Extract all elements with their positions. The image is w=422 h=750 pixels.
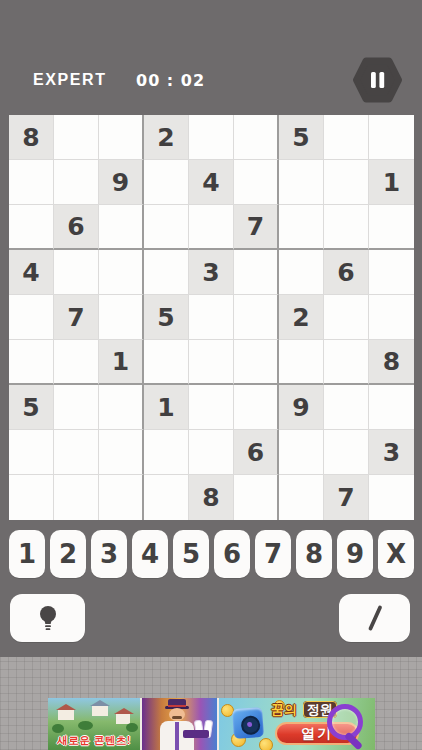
cell-r2c6[interactable] xyxy=(234,160,279,205)
cell-r4c2[interactable] xyxy=(54,250,99,295)
numpad-key-8[interactable]: 8 xyxy=(296,530,332,578)
pencil-icon xyxy=(363,603,387,633)
ad-banner[interactable]: 새로운 콘텐츠! 꿈의 정원 xyxy=(48,698,375,750)
numpad-key-X[interactable]: X xyxy=(378,530,414,578)
cell-r3c3[interactable] xyxy=(99,205,144,250)
cell-r1c4[interactable]: 2 xyxy=(144,115,189,160)
cell-r4c9[interactable] xyxy=(369,250,414,295)
cell-r3c2[interactable]: 6 xyxy=(54,205,99,250)
cell-r2c3[interactable]: 9 xyxy=(99,160,144,205)
cell-r1c1[interactable]: 8 xyxy=(9,115,54,160)
cell-r8c7[interactable] xyxy=(279,430,324,475)
cell-r5c6[interactable] xyxy=(234,295,279,340)
magician-mustache xyxy=(172,716,182,719)
house-illustration xyxy=(116,714,130,724)
house-illustration xyxy=(58,710,74,720)
cell-r7c4[interactable]: 1 xyxy=(144,385,189,430)
ad-title-part1: 꿈의 xyxy=(271,702,297,717)
cell-r8c3[interactable] xyxy=(99,430,144,475)
cell-r7c8[interactable] xyxy=(324,385,369,430)
cell-r1c5[interactable] xyxy=(189,115,234,160)
bush-illustration xyxy=(78,721,93,730)
cell-r5c7[interactable]: 2 xyxy=(279,295,324,340)
magician-face xyxy=(169,708,185,721)
numpad-key-5[interactable]: 5 xyxy=(173,530,209,578)
ad-panel-garden: 새로운 콘텐츠! xyxy=(48,698,142,750)
numpad-key-4[interactable]: 4 xyxy=(132,530,168,578)
sudoku-board: 82594167436752185196387 xyxy=(9,115,414,520)
cell-r7c7[interactable]: 9 xyxy=(279,385,324,430)
ad-panel-magician xyxy=(142,698,219,750)
cell-r9c7[interactable] xyxy=(279,475,324,520)
cell-r1c9[interactable] xyxy=(369,115,414,160)
cell-r5c3[interactable] xyxy=(99,295,144,340)
rabbit-hat xyxy=(183,730,209,738)
cell-r2c2[interactable] xyxy=(54,160,99,205)
cell-r7c5[interactable] xyxy=(189,385,234,430)
cell-r6c3[interactable]: 1 xyxy=(99,340,144,385)
cell-r4c4[interactable] xyxy=(144,250,189,295)
cell-r6c4[interactable] xyxy=(144,340,189,385)
cell-r2c4[interactable] xyxy=(144,160,189,205)
cell-r3c7[interactable] xyxy=(279,205,324,250)
number-pad: 123456789X xyxy=(9,530,414,578)
numpad-key-6[interactable]: 6 xyxy=(214,530,250,578)
cell-r1c3[interactable] xyxy=(99,115,144,160)
magnifying-glass-icon xyxy=(327,704,363,740)
cell-r8c9[interactable]: 3 xyxy=(369,430,414,475)
pause-icon xyxy=(353,57,402,103)
cell-r6c5[interactable] xyxy=(189,340,234,385)
cell-r5c8[interactable] xyxy=(324,295,369,340)
cell-r6c1[interactable] xyxy=(9,340,54,385)
cell-r6c8[interactable] xyxy=(324,340,369,385)
numpad-key-9[interactable]: 9 xyxy=(337,530,373,578)
numpad-key-2[interactable]: 2 xyxy=(50,530,86,578)
cell-r9c2[interactable] xyxy=(54,475,99,520)
cell-r2c1[interactable] xyxy=(9,160,54,205)
cell-r4c6[interactable] xyxy=(234,250,279,295)
bush-illustration xyxy=(126,723,138,732)
blue-cube-illustration xyxy=(232,707,264,739)
cell-r8c5[interactable] xyxy=(189,430,234,475)
cell-r7c2[interactable] xyxy=(54,385,99,430)
numpad-key-1[interactable]: 1 xyxy=(9,530,45,578)
cell-r3c6[interactable]: 7 xyxy=(234,205,279,250)
cell-r3c8[interactable] xyxy=(324,205,369,250)
cell-r2c7[interactable] xyxy=(279,160,324,205)
cell-r9c8[interactable]: 7 xyxy=(324,475,369,520)
cell-r4c5[interactable]: 3 xyxy=(189,250,234,295)
cell-r5c4[interactable]: 5 xyxy=(144,295,189,340)
cell-r4c7[interactable] xyxy=(279,250,324,295)
cell-r4c8[interactable]: 6 xyxy=(324,250,369,295)
ad-caption: 새로운 콘텐츠! xyxy=(48,734,140,748)
cell-r4c1[interactable]: 4 xyxy=(9,250,54,295)
cell-r4c3[interactable] xyxy=(99,250,144,295)
pause-button[interactable] xyxy=(353,57,402,103)
sudoku-app-screen: EXPERT 00 : 02 82594167436752185196387 1… xyxy=(0,0,422,750)
ad-panel-dream-garden: 꿈의 정원 열기 xyxy=(219,698,375,750)
cell-r3c1[interactable] xyxy=(9,205,54,250)
cell-r2c9[interactable]: 1 xyxy=(369,160,414,205)
cell-r8c8[interactable] xyxy=(324,430,369,475)
cell-r6c9[interactable]: 8 xyxy=(369,340,414,385)
cell-r1c2[interactable] xyxy=(54,115,99,160)
cell-r8c1[interactable] xyxy=(9,430,54,475)
cell-r5c2[interactable]: 7 xyxy=(54,295,99,340)
hint-button[interactable] xyxy=(10,594,85,642)
timer-label: 00 : 02 xyxy=(136,71,205,90)
cell-r5c9[interactable] xyxy=(369,295,414,340)
cell-r2c8[interactable] xyxy=(324,160,369,205)
cell-r7c3[interactable] xyxy=(99,385,144,430)
cell-r8c2[interactable] xyxy=(54,430,99,475)
rabbit-in-hat xyxy=(195,720,211,738)
cell-r6c2[interactable] xyxy=(54,340,99,385)
cell-r3c5[interactable] xyxy=(189,205,234,250)
cell-r3c4[interactable] xyxy=(144,205,189,250)
cell-r7c1[interactable]: 5 xyxy=(9,385,54,430)
cell-r9c9[interactable] xyxy=(369,475,414,520)
cell-r8c6[interactable]: 6 xyxy=(234,430,279,475)
cell-r3c9[interactable] xyxy=(369,205,414,250)
cell-r6c6[interactable] xyxy=(234,340,279,385)
numpad-key-3[interactable]: 3 xyxy=(91,530,127,578)
cell-r1c7[interactable]: 5 xyxy=(279,115,324,160)
cell-r7c6[interactable] xyxy=(234,385,279,430)
house-illustration xyxy=(92,706,108,716)
cell-r8c4[interactable] xyxy=(144,430,189,475)
cell-r7c9[interactable] xyxy=(369,385,414,430)
cell-r1c8[interactable] xyxy=(324,115,369,160)
cell-r5c5[interactable] xyxy=(189,295,234,340)
coin-illustration xyxy=(259,738,273,750)
cell-r9c1[interactable] xyxy=(9,475,54,520)
cell-r2c5[interactable]: 4 xyxy=(189,160,234,205)
bush-illustration xyxy=(52,724,64,733)
difficulty-label: EXPERT xyxy=(33,71,107,89)
cell-r9c4[interactable] xyxy=(144,475,189,520)
numpad-key-7[interactable]: 7 xyxy=(255,530,291,578)
note-button[interactable] xyxy=(339,594,410,642)
cell-r9c3[interactable] xyxy=(99,475,144,520)
cube-lens xyxy=(241,715,261,735)
cell-r6c7[interactable] xyxy=(279,340,324,385)
cell-r5c1[interactable] xyxy=(9,295,54,340)
cell-r9c6[interactable] xyxy=(234,475,279,520)
magician-hat-band xyxy=(168,705,186,707)
magician-vest xyxy=(175,722,179,750)
cell-r9c5[interactable]: 8 xyxy=(189,475,234,520)
lightbulb-icon xyxy=(36,604,60,632)
cell-r1c6[interactable] xyxy=(234,115,279,160)
